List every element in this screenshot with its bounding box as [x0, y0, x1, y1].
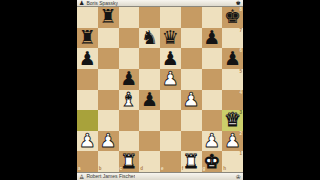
piece-white-pawn[interactable]: ♟ — [100, 131, 117, 150]
square-c8[interactable] — [119, 7, 140, 28]
square-g2[interactable]: ♟ — [202, 131, 223, 152]
square-h4[interactable]: 4 — [222, 90, 243, 111]
piece-black-pawn[interactable]: ♟ — [224, 49, 241, 68]
piece-black-queen[interactable]: ♛ — [162, 28, 179, 47]
square-d4[interactable]: ♟ — [139, 90, 160, 111]
piece-white-pawn[interactable]: ♟ — [203, 131, 220, 150]
square-f4[interactable]: ♟ — [181, 90, 202, 111]
square-g8[interactable] — [202, 7, 223, 28]
white-king-icon: ♔ — [236, 174, 241, 180]
piece-white-rook[interactable]: ♜ — [120, 152, 137, 171]
square-d1[interactable]: d — [139, 151, 160, 172]
square-a3[interactable] — [77, 110, 98, 131]
square-f3[interactable] — [181, 110, 202, 131]
square-c4[interactable]: ♝ — [119, 90, 140, 111]
white-pawn-icon: ♙ — [79, 174, 84, 180]
square-e6[interactable]: ♟ — [160, 48, 181, 69]
bottom-player-name: Robert James Fischer — [86, 174, 135, 179]
square-c2[interactable] — [119, 131, 140, 152]
coord-rank-4: 4 — [239, 91, 242, 96]
square-g6[interactable] — [202, 48, 223, 69]
square-b6[interactable] — [98, 48, 119, 69]
square-a5[interactable] — [77, 69, 98, 90]
square-h1[interactable]: 1h — [222, 151, 243, 172]
piece-black-pawn[interactable]: ♟ — [120, 69, 137, 88]
square-d8[interactable] — [139, 7, 160, 28]
piece-white-bishop[interactable]: ♝ — [120, 90, 137, 109]
piece-black-king[interactable]: ♚ — [224, 7, 241, 26]
chess-board: ♜♚8♜♞♛♟7♟♟♟6♟♟5♝♟♟4♛3♟♟♟♟2ab♜cde♜f♚g1h — [77, 7, 243, 172]
coord-file-d: d — [140, 167, 143, 172]
square-h8[interactable]: ♚8 — [222, 7, 243, 28]
piece-black-pawn[interactable]: ♟ — [162, 49, 179, 68]
square-d3[interactable] — [139, 110, 160, 131]
square-g1[interactable]: ♚g — [202, 151, 223, 172]
square-a4[interactable] — [77, 90, 98, 111]
square-a8[interactable] — [77, 7, 98, 28]
square-b2[interactable]: ♟ — [98, 131, 119, 152]
square-a1[interactable]: a — [77, 151, 98, 172]
coord-rank-5: 5 — [239, 70, 242, 75]
black-pawn-icon: ♟ — [79, 0, 84, 6]
coord-file-e: e — [161, 167, 164, 172]
square-a2[interactable]: ♟ — [77, 131, 98, 152]
square-e3[interactable] — [160, 110, 181, 131]
square-f5[interactable] — [181, 69, 202, 90]
piece-black-pawn[interactable]: ♟ — [79, 49, 96, 68]
square-e8[interactable] — [160, 7, 181, 28]
piece-black-pawn[interactable]: ♟ — [141, 90, 158, 109]
coord-file-a: a — [78, 167, 81, 172]
square-f1[interactable]: ♜f — [181, 151, 202, 172]
square-h3[interactable]: ♛3 — [222, 110, 243, 131]
square-f6[interactable] — [181, 48, 202, 69]
square-f7[interactable] — [181, 28, 202, 49]
square-c7[interactable] — [119, 28, 140, 49]
square-b1[interactable]: b — [98, 151, 119, 172]
piece-black-rook[interactable]: ♜ — [79, 28, 96, 47]
square-h5[interactable]: 5 — [222, 69, 243, 90]
square-c5[interactable]: ♟ — [119, 69, 140, 90]
square-c6[interactable] — [119, 48, 140, 69]
square-f8[interactable] — [181, 7, 202, 28]
square-g7[interactable]: ♟ — [202, 28, 223, 49]
piece-white-queen[interactable]: ♛ — [224, 110, 241, 129]
square-a7[interactable]: ♜ — [77, 28, 98, 49]
piece-black-rook[interactable]: ♜ — [100, 7, 117, 26]
square-c1[interactable]: ♜c — [119, 151, 140, 172]
square-b8[interactable]: ♜ — [98, 7, 119, 28]
bottom-player-bar: ♙ Robert James Fischer ♔ — [77, 172, 243, 180]
square-g4[interactable] — [202, 90, 223, 111]
piece-white-rook[interactable]: ♜ — [183, 152, 200, 171]
square-e5[interactable]: ♟ — [160, 69, 181, 90]
square-e7[interactable]: ♛ — [160, 28, 181, 49]
coord-rank-7: 7 — [239, 29, 242, 34]
square-d6[interactable] — [139, 48, 160, 69]
coord-rank-1: 1 — [239, 152, 242, 157]
square-e1[interactable]: e — [160, 151, 181, 172]
square-f2[interactable] — [181, 131, 202, 152]
coord-file-b: b — [99, 167, 102, 172]
square-b7[interactable] — [98, 28, 119, 49]
square-e2[interactable] — [160, 131, 181, 152]
square-b4[interactable] — [98, 90, 119, 111]
piece-white-pawn[interactable]: ♟ — [183, 90, 200, 109]
square-e4[interactable] — [160, 90, 181, 111]
piece-white-pawn[interactable]: ♟ — [224, 131, 241, 150]
square-g5[interactable] — [202, 69, 223, 90]
square-h2[interactable]: ♟2 — [222, 131, 243, 152]
square-h7[interactable]: 7 — [222, 28, 243, 49]
square-b5[interactable] — [98, 69, 119, 90]
piece-black-pawn[interactable]: ♟ — [203, 28, 220, 47]
square-h6[interactable]: ♟6 — [222, 48, 243, 69]
square-g3[interactable] — [202, 110, 223, 131]
piece-white-king[interactable]: ♚ — [203, 152, 220, 171]
square-d5[interactable] — [139, 69, 160, 90]
coord-file-h: h — [223, 167, 226, 172]
piece-white-pawn[interactable]: ♟ — [79, 131, 96, 150]
square-b3[interactable] — [98, 110, 119, 131]
game-window: ♟ Boris Spassky ♚ ♜♚8♜♞♛♟7♟♟♟6♟♟5♝♟♟4♛3♟… — [77, 0, 243, 180]
square-c3[interactable] — [119, 110, 140, 131]
piece-white-pawn[interactable]: ♟ — [162, 69, 179, 88]
square-d7[interactable]: ♞ — [139, 28, 160, 49]
piece-black-knight[interactable]: ♞ — [141, 28, 158, 47]
square-a6[interactable]: ♟ — [77, 48, 98, 69]
square-d2[interactable] — [139, 131, 160, 152]
